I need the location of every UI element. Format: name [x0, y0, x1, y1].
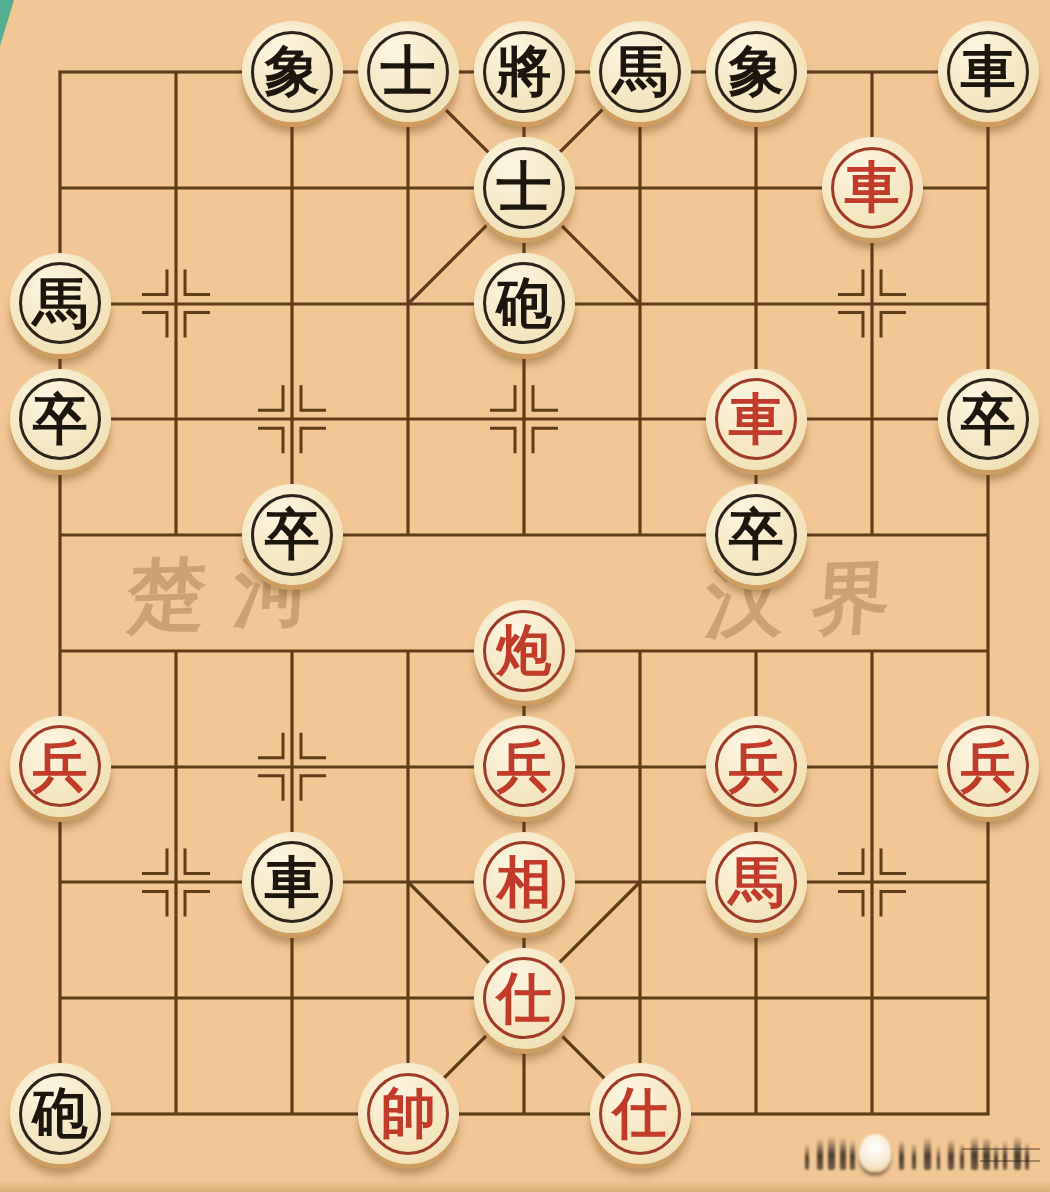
piece-ring: 車	[831, 147, 913, 229]
piece-character: 兵	[961, 738, 1016, 793]
black-soldier[interactable]: 卒	[938, 369, 1039, 470]
piece-ring: 兵	[19, 725, 101, 807]
piece-character: 兵	[33, 738, 88, 793]
piece-character: 象	[729, 43, 784, 98]
piece-character: 兵	[729, 738, 784, 793]
black-advisor[interactable]: 士	[474, 137, 575, 238]
piece-ring: 仕	[599, 1073, 681, 1155]
piece-character: 砲	[33, 1085, 88, 1140]
piece-character: 兵	[497, 738, 552, 793]
piece-ring: 卒	[251, 494, 333, 576]
page-root: { "game": "xiangqi", "position": { "fen"…	[0, 0, 1050, 1192]
red-soldier[interactable]: 兵	[938, 716, 1039, 817]
black-elephant[interactable]: 象	[242, 21, 343, 122]
red-soldier[interactable]: 兵	[474, 716, 575, 817]
piece-ring: 仕	[483, 957, 565, 1039]
black-soldier[interactable]: 卒	[10, 369, 111, 470]
piece-character: 馬	[729, 854, 784, 909]
piece-character: 馬	[33, 275, 88, 330]
red-soldier[interactable]: 兵	[706, 716, 807, 817]
black-horse[interactable]: 馬	[590, 21, 691, 122]
piece-character: 車	[961, 43, 1016, 98]
black-cannon[interactable]: 砲	[474, 253, 575, 354]
piece-ring: 兵	[947, 725, 1029, 807]
piece-ring: 卒	[715, 494, 797, 576]
piece-ring: 相	[483, 841, 565, 923]
piece-ring: 兵	[715, 725, 797, 807]
black-soldier[interactable]: 卒	[242, 484, 343, 585]
piece-character: 卒	[961, 391, 1016, 446]
piece-ring: 砲	[19, 1073, 101, 1155]
watermark-blob	[859, 1134, 891, 1172]
piece-character: 士	[497, 159, 552, 214]
piece-character: 砲	[497, 275, 552, 330]
red-chariot[interactable]: 車	[706, 369, 807, 470]
piece-ring: 馬	[715, 841, 797, 923]
piece-ring: 炮	[483, 610, 565, 692]
piece-ring: 卒	[947, 378, 1029, 460]
piece-ring: 卒	[19, 378, 101, 460]
piece-ring: 兵	[483, 725, 565, 807]
red-soldier[interactable]: 兵	[10, 716, 111, 817]
piece-character: 仕	[613, 1085, 668, 1140]
piece-ring: 士	[483, 147, 565, 229]
piece-character: 仕	[497, 970, 552, 1025]
black-advisor[interactable]: 士	[358, 21, 459, 122]
piece-ring: 車	[251, 841, 333, 923]
piece-ring: 砲	[483, 262, 565, 344]
piece-ring: 車	[715, 378, 797, 460]
piece-character: 馬	[613, 43, 668, 98]
red-general[interactable]: 帥	[358, 1063, 459, 1164]
black-cannon[interactable]: 砲	[10, 1063, 111, 1164]
black-soldier[interactable]: 卒	[706, 484, 807, 585]
piece-ring: 象	[251, 31, 333, 113]
piece-character: 士	[381, 43, 436, 98]
black-general[interactable]: 將	[474, 21, 575, 122]
piece-ring: 馬	[599, 31, 681, 113]
piece-ring: 將	[483, 31, 565, 113]
black-chariot[interactable]: 車	[242, 832, 343, 933]
piece-ring: 車	[947, 31, 1029, 113]
piece-character: 車	[729, 391, 784, 446]
red-cannon[interactable]: 炮	[474, 600, 575, 701]
red-horse[interactable]: 馬	[706, 832, 807, 933]
black-chariot[interactable]: 車	[938, 21, 1039, 122]
piece-character: 車	[845, 159, 900, 214]
piece-character: 帥	[381, 1085, 436, 1140]
piece-ring: 帥	[367, 1073, 449, 1155]
piece-character: 炮	[497, 622, 552, 677]
piece-character: 卒	[729, 506, 784, 561]
piece-character: 卒	[265, 506, 320, 561]
piece-character: 車	[265, 854, 320, 909]
piece-ring: 馬	[19, 262, 101, 344]
red-advisor[interactable]: 仕	[474, 948, 575, 1049]
watermark-barcode	[795, 1128, 1040, 1176]
piece-character: 相	[497, 854, 552, 909]
red-advisor[interactable]: 仕	[590, 1063, 691, 1164]
piece-ring: 士	[367, 31, 449, 113]
black-elephant[interactable]: 象	[706, 21, 807, 122]
bottom-shade	[0, 1180, 1050, 1192]
piece-character: 卒	[33, 391, 88, 446]
piece-character: 將	[497, 43, 552, 98]
black-horse[interactable]: 馬	[10, 253, 111, 354]
piece-ring: 象	[715, 31, 797, 113]
red-chariot[interactable]: 車	[822, 137, 923, 238]
red-elephant[interactable]: 相	[474, 832, 575, 933]
piece-character: 象	[265, 43, 320, 98]
